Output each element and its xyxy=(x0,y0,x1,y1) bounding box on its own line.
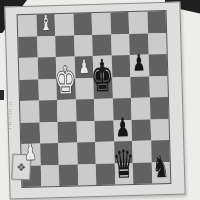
square-e3[interactable] xyxy=(95,120,114,142)
square-a6[interactable] xyxy=(19,58,38,80)
square-g2[interactable] xyxy=(132,140,151,162)
black-king-e5[interactable]: ♚ xyxy=(91,57,115,99)
square-f5[interactable] xyxy=(112,77,131,99)
square-d4[interactable] xyxy=(75,99,94,121)
square-e2[interactable] xyxy=(95,141,114,163)
square-g5[interactable] xyxy=(130,76,149,98)
white-pawn-a2[interactable]: ♟ xyxy=(24,142,37,164)
square-e1[interactable] xyxy=(96,163,115,185)
square-f6[interactable] xyxy=(111,55,130,77)
square-d8[interactable] xyxy=(73,13,92,35)
square-g8[interactable] xyxy=(129,12,148,34)
square-a8[interactable] xyxy=(18,15,37,37)
chess-board: ı·ıı·ı·ııı·ıı ❖ ♝♟♚♟♟♟♚♟♛♞ xyxy=(4,2,185,200)
square-h8[interactable] xyxy=(147,11,166,33)
square-b7[interactable] xyxy=(37,36,56,58)
square-f8[interactable] xyxy=(110,12,129,34)
square-d3[interactable] xyxy=(76,121,95,143)
square-e8[interactable] xyxy=(92,13,111,35)
square-h7[interactable] xyxy=(148,32,167,54)
square-c4[interactable] xyxy=(57,100,76,122)
square-e4[interactable] xyxy=(94,99,113,121)
square-c8[interactable] xyxy=(55,14,74,36)
square-c1[interactable] xyxy=(59,164,78,186)
square-b4[interactable] xyxy=(38,100,57,122)
background-dark-mark-left-edge xyxy=(0,90,4,100)
square-b3[interactable] xyxy=(39,122,58,144)
square-c7[interactable] xyxy=(55,35,74,57)
square-h6[interactable] xyxy=(148,54,167,76)
scene: { "game": "chess", "scene": { "style": "… xyxy=(0,0,200,200)
black-queen-f1[interactable]: ♛ xyxy=(112,144,135,184)
white-bishop-b8[interactable]: ♝ xyxy=(39,13,51,34)
square-c3[interactable] xyxy=(58,121,77,143)
square-d2[interactable] xyxy=(77,142,96,164)
board-brand-text-illegible: ı·ıı·ı·ııı·ıı xyxy=(7,59,19,129)
white-pawn-d6[interactable]: ♟ xyxy=(78,57,89,76)
square-g3[interactable] xyxy=(132,119,151,141)
square-a4[interactable] xyxy=(20,101,39,123)
white-king-c5[interactable]: ♚ xyxy=(55,61,77,100)
square-b1[interactable] xyxy=(40,165,59,187)
square-f7[interactable] xyxy=(111,34,130,56)
black-pawn-g6[interactable]: ♟ xyxy=(133,51,146,74)
square-g1[interactable] xyxy=(133,162,152,184)
black-knight-h1[interactable]: ♞ xyxy=(152,152,170,182)
square-b2[interactable] xyxy=(40,143,59,165)
square-h4[interactable] xyxy=(149,97,168,119)
square-h5[interactable] xyxy=(149,75,168,97)
square-h3[interactable] xyxy=(150,118,169,140)
black-pawn-f3[interactable]: ♟ xyxy=(115,114,130,140)
square-a7[interactable] xyxy=(18,36,37,58)
square-g4[interactable] xyxy=(131,97,150,119)
square-d1[interactable] xyxy=(77,164,96,186)
square-a5[interactable] xyxy=(19,79,38,101)
square-c2[interactable] xyxy=(58,143,77,165)
